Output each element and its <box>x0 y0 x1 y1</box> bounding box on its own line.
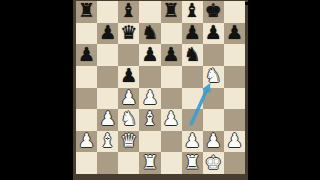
piece-white-pawn: ♟ <box>184 131 201 150</box>
square-g1[interactable]: ♚ <box>203 152 224 174</box>
square-b1[interactable] <box>97 152 118 174</box>
piece-black-pawn: ♟ <box>78 45 95 64</box>
square-e5[interactable] <box>161 66 182 88</box>
square-b7[interactable]: ♟ <box>97 23 118 45</box>
square-b8[interactable] <box>97 1 118 23</box>
square-d6[interactable]: ♟ <box>139 44 160 66</box>
chess-board[interactable]: ♜♝♜♝♚♟♛♞♟♟♟♟♟♟♞♟♞♟♟♟♞♝♟♟♝♛♟♟♟♜♜♚ <box>76 1 245 174</box>
square-a7[interactable] <box>76 23 97 45</box>
square-f1[interactable]: ♜ <box>182 152 203 174</box>
square-h5[interactable] <box>224 66 245 88</box>
square-e2[interactable] <box>161 131 182 153</box>
square-g3[interactable] <box>203 109 224 131</box>
square-h3[interactable] <box>224 109 245 131</box>
piece-white-pawn: ♟ <box>205 131 222 150</box>
piece-black-pawn: ♟ <box>99 23 116 42</box>
piece-black-pawn: ♟ <box>205 23 222 42</box>
square-f4[interactable] <box>182 88 203 110</box>
square-f3[interactable] <box>182 109 203 131</box>
piece-black-pawn: ♟ <box>226 23 243 42</box>
piece-white-rook: ♜ <box>184 153 201 172</box>
square-h7[interactable]: ♟ <box>224 23 245 45</box>
piece-black-bishop: ♝ <box>120 1 137 20</box>
square-e3[interactable]: ♟ <box>161 109 182 131</box>
square-a3[interactable] <box>76 109 97 131</box>
piece-black-pawn: ♟ <box>163 45 180 64</box>
square-f6[interactable]: ♞ <box>182 44 203 66</box>
piece-white-king: ♚ <box>205 153 222 172</box>
square-h1[interactable] <box>224 152 245 174</box>
square-f5[interactable] <box>182 66 203 88</box>
square-c6[interactable] <box>118 44 139 66</box>
piece-black-bishop: ♝ <box>184 1 201 20</box>
square-g6[interactable] <box>203 44 224 66</box>
piece-black-pawn: ♟ <box>120 66 137 85</box>
piece-white-knight: ♞ <box>120 109 137 128</box>
piece-black-pawn: ♟ <box>141 45 158 64</box>
square-c7[interactable]: ♛ <box>118 23 139 45</box>
piece-white-rook: ♜ <box>141 153 158 172</box>
square-a2[interactable]: ♟ <box>76 131 97 153</box>
corner-dot <box>245 2 248 5</box>
square-h8[interactable] <box>224 1 245 23</box>
square-g8[interactable]: ♚ <box>203 1 224 23</box>
square-f7[interactable]: ♟ <box>182 23 203 45</box>
piece-white-pawn: ♟ <box>163 109 180 128</box>
square-c8[interactable]: ♝ <box>118 1 139 23</box>
square-b5[interactable] <box>97 66 118 88</box>
square-c2[interactable]: ♛ <box>118 131 139 153</box>
square-e1[interactable] <box>161 152 182 174</box>
piece-white-queen: ♛ <box>120 131 137 150</box>
square-c3[interactable]: ♞ <box>118 109 139 131</box>
square-d5[interactable] <box>139 66 160 88</box>
piece-black-knight: ♞ <box>141 23 158 42</box>
square-d4[interactable]: ♟ <box>139 88 160 110</box>
piece-white-bishop: ♝ <box>141 109 158 128</box>
square-a8[interactable]: ♜ <box>76 1 97 23</box>
square-d7[interactable]: ♞ <box>139 23 160 45</box>
piece-white-pawn: ♟ <box>78 131 95 150</box>
piece-white-bishop: ♝ <box>99 131 116 150</box>
square-a6[interactable]: ♟ <box>76 44 97 66</box>
square-d1[interactable]: ♜ <box>139 152 160 174</box>
piece-black-rook: ♜ <box>78 1 95 20</box>
square-a1[interactable] <box>76 152 97 174</box>
square-b4[interactable] <box>97 88 118 110</box>
piece-white-pawn: ♟ <box>226 131 243 150</box>
square-h2[interactable]: ♟ <box>224 131 245 153</box>
piece-white-knight: ♞ <box>205 66 222 85</box>
square-d8[interactable] <box>139 1 160 23</box>
square-e7[interactable] <box>161 23 182 45</box>
piece-black-queen: ♛ <box>120 23 137 42</box>
square-h6[interactable] <box>224 44 245 66</box>
square-f2[interactable]: ♟ <box>182 131 203 153</box>
square-d2[interactable] <box>139 131 160 153</box>
square-d3[interactable]: ♝ <box>139 109 160 131</box>
square-g2[interactable]: ♟ <box>203 131 224 153</box>
square-e6[interactable]: ♟ <box>161 44 182 66</box>
square-a4[interactable] <box>76 88 97 110</box>
square-c5[interactable]: ♟ <box>118 66 139 88</box>
square-h4[interactable] <box>224 88 245 110</box>
letterbox-background: ♜♝♜♝♚♟♛♞♟♟♟♟♟♟♞♟♞♟♟♟♞♝♟♟♝♛♟♟♟♜♜♚ <box>0 0 320 180</box>
square-b2[interactable]: ♝ <box>97 131 118 153</box>
piece-white-pawn: ♟ <box>141 88 158 107</box>
square-g7[interactable]: ♟ <box>203 23 224 45</box>
square-g4[interactable] <box>203 88 224 110</box>
square-c1[interactable] <box>118 152 139 174</box>
board-frame: ♜♝♜♝♚♟♛♞♟♟♟♟♟♟♞♟♞♟♟♟♞♝♟♟♝♛♟♟♟♜♜♚ <box>73 0 248 180</box>
square-f8[interactable]: ♝ <box>182 1 203 23</box>
square-e4[interactable] <box>161 88 182 110</box>
piece-white-pawn: ♟ <box>99 109 116 128</box>
square-a5[interactable] <box>76 66 97 88</box>
square-b6[interactable] <box>97 44 118 66</box>
square-c4[interactable]: ♟ <box>118 88 139 110</box>
square-b3[interactable]: ♟ <box>97 109 118 131</box>
piece-white-pawn: ♟ <box>120 88 137 107</box>
piece-black-rook: ♜ <box>163 1 180 20</box>
piece-black-knight: ♞ <box>184 45 201 64</box>
piece-black-pawn: ♟ <box>184 23 201 42</box>
piece-black-king: ♚ <box>205 1 222 20</box>
square-e8[interactable]: ♜ <box>161 1 182 23</box>
square-g5[interactable]: ♞ <box>203 66 224 88</box>
